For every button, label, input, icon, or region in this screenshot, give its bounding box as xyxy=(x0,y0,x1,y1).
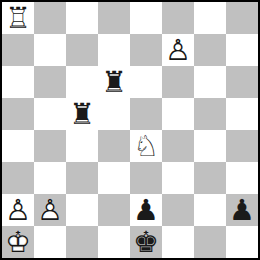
square-e1[interactable]: ♚ xyxy=(130,226,162,258)
square-b2[interactable]: ♟♙ xyxy=(34,194,66,226)
square-e7[interactable] xyxy=(130,34,162,66)
white-pawn-outline: ♙ xyxy=(34,194,66,226)
square-b3[interactable] xyxy=(34,162,66,194)
black-pawn[interactable]: ♟ xyxy=(130,194,162,226)
white-rook[interactable]: ♜♖ xyxy=(2,2,34,34)
square-g2[interactable] xyxy=(194,194,226,226)
square-c7[interactable] xyxy=(66,34,98,66)
white-pawn-outline: ♙ xyxy=(162,34,194,66)
square-a7[interactable] xyxy=(2,34,34,66)
square-f7[interactable]: ♟♙ xyxy=(162,34,194,66)
square-f8[interactable] xyxy=(162,2,194,34)
square-c2[interactable] xyxy=(66,194,98,226)
square-c3[interactable] xyxy=(66,162,98,194)
square-e5[interactable] xyxy=(130,98,162,130)
chess-diagram: ♜♖♟♙♜♜♞♘♟♙♟♙♟♟♚♔♚ xyxy=(0,0,260,260)
square-d5[interactable] xyxy=(98,98,130,130)
square-b5[interactable] xyxy=(34,98,66,130)
square-h3[interactable] xyxy=(226,162,258,194)
white-pawn[interactable]: ♟♙ xyxy=(34,194,66,226)
square-f4[interactable] xyxy=(162,130,194,162)
square-g3[interactable] xyxy=(194,162,226,194)
white-pawn[interactable]: ♟♙ xyxy=(2,194,34,226)
square-a6[interactable] xyxy=(2,66,34,98)
square-d3[interactable] xyxy=(98,162,130,194)
square-c6[interactable] xyxy=(66,66,98,98)
white-king[interactable]: ♚♔ xyxy=(2,226,34,258)
square-c8[interactable] xyxy=(66,2,98,34)
square-d7[interactable] xyxy=(98,34,130,66)
square-d6[interactable]: ♜ xyxy=(98,66,130,98)
square-f1[interactable] xyxy=(162,226,194,258)
square-g5[interactable] xyxy=(194,98,226,130)
square-b7[interactable] xyxy=(34,34,66,66)
square-c4[interactable] xyxy=(66,130,98,162)
white-rook-outline: ♖ xyxy=(2,2,34,34)
white-pawn[interactable]: ♟♙ xyxy=(162,34,194,66)
square-f5[interactable] xyxy=(162,98,194,130)
square-h4[interactable] xyxy=(226,130,258,162)
black-rook[interactable]: ♜ xyxy=(66,98,98,130)
square-b4[interactable] xyxy=(34,130,66,162)
square-f3[interactable] xyxy=(162,162,194,194)
square-a8[interactable]: ♜♖ xyxy=(2,2,34,34)
black-rook[interactable]: ♜ xyxy=(98,66,130,98)
square-d8[interactable] xyxy=(98,2,130,34)
square-g7[interactable] xyxy=(194,34,226,66)
square-e3[interactable] xyxy=(130,162,162,194)
square-a3[interactable] xyxy=(2,162,34,194)
white-pawn-outline: ♙ xyxy=(2,194,34,226)
square-c1[interactable] xyxy=(66,226,98,258)
square-a4[interactable] xyxy=(2,130,34,162)
black-pawn[interactable]: ♟ xyxy=(226,194,258,226)
square-g8[interactable] xyxy=(194,2,226,34)
white-knight-outline: ♘ xyxy=(130,130,162,162)
square-e6[interactable] xyxy=(130,66,162,98)
square-h8[interactable] xyxy=(226,2,258,34)
square-d2[interactable] xyxy=(98,194,130,226)
square-h6[interactable] xyxy=(226,66,258,98)
white-knight[interactable]: ♞♘ xyxy=(130,130,162,162)
square-g1[interactable] xyxy=(194,226,226,258)
square-h7[interactable] xyxy=(226,34,258,66)
square-c5[interactable]: ♜ xyxy=(66,98,98,130)
square-b1[interactable] xyxy=(34,226,66,258)
square-a5[interactable] xyxy=(2,98,34,130)
white-king-outline: ♔ xyxy=(2,226,34,258)
square-h2[interactable]: ♟ xyxy=(226,194,258,226)
square-f2[interactable] xyxy=(162,194,194,226)
square-e4[interactable]: ♞♘ xyxy=(130,130,162,162)
chess-board: ♜♖♟♙♜♜♞♘♟♙♟♙♟♟♚♔♚ xyxy=(0,0,260,260)
square-g6[interactable] xyxy=(194,66,226,98)
square-b6[interactable] xyxy=(34,66,66,98)
square-g4[interactable] xyxy=(194,130,226,162)
square-d4[interactable] xyxy=(98,130,130,162)
square-a2[interactable]: ♟♙ xyxy=(2,194,34,226)
black-king[interactable]: ♚ xyxy=(130,226,162,258)
square-e2[interactable]: ♟ xyxy=(130,194,162,226)
square-e8[interactable] xyxy=(130,2,162,34)
square-f6[interactable] xyxy=(162,66,194,98)
square-b8[interactable] xyxy=(34,2,66,34)
square-h5[interactable] xyxy=(226,98,258,130)
square-d1[interactable] xyxy=(98,226,130,258)
square-h1[interactable] xyxy=(226,226,258,258)
square-a1[interactable]: ♚♔ xyxy=(2,226,34,258)
